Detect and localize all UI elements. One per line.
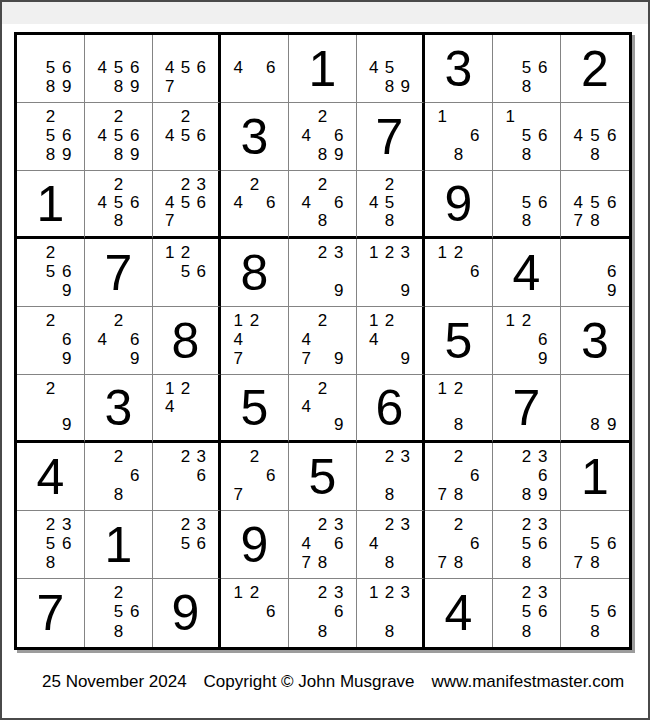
pencil-7: 7 bbox=[570, 553, 587, 572]
cell-r4c8[interactable]: 4 bbox=[493, 239, 561, 307]
pencil-2: 2 bbox=[178, 107, 194, 126]
cell-r2c9[interactable]: 4568 bbox=[561, 103, 629, 171]
pencil-5: 5 bbox=[42, 126, 58, 145]
pencil-8: 8 bbox=[314, 145, 330, 164]
pencil-8: 8 bbox=[450, 485, 466, 504]
pencil-8: 8 bbox=[450, 416, 466, 434]
cell-r9c7[interactable]: 4 bbox=[425, 579, 493, 647]
pencil-marks: 234567 bbox=[153, 171, 218, 236]
cell-r4c1[interactable]: 2569 bbox=[17, 239, 85, 307]
cell-r3c7[interactable]: 9 bbox=[425, 171, 493, 239]
pencil-5: 5 bbox=[382, 193, 398, 211]
cell-r2c1[interactable]: 25689 bbox=[17, 103, 85, 171]
cell-r6c4[interactable]: 5 bbox=[221, 375, 289, 443]
pencil-2: 2 bbox=[110, 583, 126, 602]
pencil-8: 8 bbox=[450, 145, 466, 164]
solved-digit: 5 bbox=[309, 452, 337, 502]
cell-r5c8[interactable]: 1269 bbox=[493, 307, 561, 375]
pencil-2: 2 bbox=[42, 311, 58, 330]
pencil-6: 6 bbox=[193, 193, 209, 211]
pencil-1: 1 bbox=[230, 311, 246, 330]
pencil-marks: 23689 bbox=[493, 443, 560, 510]
website-url: www.manifestmaster.com bbox=[432, 672, 625, 692]
pencil-marks: 45689 bbox=[85, 35, 152, 102]
page: 5689456894567461458935682256892456892456… bbox=[0, 0, 650, 720]
pencil-3: 3 bbox=[397, 243, 413, 262]
pencil-8: 8 bbox=[587, 145, 604, 164]
pencil-5: 5 bbox=[587, 534, 604, 553]
pencil-2: 2 bbox=[382, 311, 398, 330]
pencil-3: 3 bbox=[397, 583, 413, 602]
cell-r5c5[interactable]: 2479 bbox=[289, 307, 357, 375]
pencil-6: 6 bbox=[263, 466, 279, 485]
cell-r4c5[interactable]: 239 bbox=[289, 239, 357, 307]
pencil-5: 5 bbox=[178, 534, 194, 553]
pencil-2: 2 bbox=[518, 311, 534, 330]
pencil-2: 2 bbox=[450, 515, 466, 534]
cell-r7c7[interactable]: 2678 bbox=[425, 443, 493, 511]
cell-r3c9[interactable]: 45678 bbox=[561, 171, 629, 239]
cell-r9c4[interactable]: 126 bbox=[221, 579, 289, 647]
pencil-8: 8 bbox=[587, 622, 604, 641]
cell-r2c6[interactable]: 7 bbox=[357, 103, 425, 171]
pencil-2: 2 bbox=[314, 175, 330, 193]
pencil-6: 6 bbox=[59, 58, 75, 77]
pencil-1: 1 bbox=[366, 243, 382, 262]
pencil-marks: 69 bbox=[561, 239, 629, 306]
pencil-marks: 2678 bbox=[425, 511, 492, 578]
pencil-8: 8 bbox=[314, 212, 330, 230]
pencil-2: 2 bbox=[246, 311, 262, 330]
pencil-5: 5 bbox=[110, 193, 126, 211]
pencil-2: 2 bbox=[450, 447, 466, 466]
pencil-8: 8 bbox=[314, 553, 330, 572]
pencil-5: 5 bbox=[518, 126, 534, 145]
cell-r6c9[interactable]: 89 bbox=[561, 375, 629, 443]
pencil-9: 9 bbox=[397, 349, 413, 368]
pencil-marks: 2458 bbox=[357, 171, 422, 236]
pencil-2: 2 bbox=[110, 175, 126, 193]
pencil-marks: 246 bbox=[221, 171, 288, 236]
cell-r8c2[interactable]: 1 bbox=[85, 511, 153, 579]
cell-r4c4[interactable]: 8 bbox=[221, 239, 289, 307]
pencil-5: 5 bbox=[518, 602, 534, 621]
sudoku-board: 5689456894567461458935682256892456892456… bbox=[14, 32, 632, 650]
cell-r5c1[interactable]: 269 bbox=[17, 307, 85, 375]
pencil-4: 4 bbox=[162, 193, 178, 211]
pencil-5: 5 bbox=[42, 58, 58, 77]
pencil-6: 6 bbox=[263, 58, 279, 77]
pencil-8: 8 bbox=[587, 553, 604, 572]
cell-r2c7[interactable]: 168 bbox=[425, 103, 493, 171]
pencil-marks: 1247 bbox=[221, 307, 288, 374]
pencil-marks: 245689 bbox=[85, 103, 152, 170]
pencil-6: 6 bbox=[535, 534, 551, 553]
pencil-9: 9 bbox=[603, 416, 620, 434]
cell-r9c3[interactable]: 9 bbox=[153, 579, 221, 647]
pencil-1: 1 bbox=[434, 243, 450, 262]
footer: 25 November 2024 Copyright © John Musgra… bbox=[42, 672, 648, 692]
pencil-2: 2 bbox=[314, 107, 330, 126]
cell-r7c6[interactable]: 238 bbox=[357, 443, 425, 511]
pencil-4: 4 bbox=[366, 330, 382, 349]
cell-r6c2[interactable]: 3 bbox=[85, 375, 153, 443]
pencil-9: 9 bbox=[331, 416, 347, 434]
pencil-marks: 168 bbox=[425, 103, 492, 170]
pencil-6: 6 bbox=[467, 466, 483, 485]
pencil-6: 6 bbox=[127, 126, 143, 145]
sudoku-grid: 5689456894567461458935682256892456892456… bbox=[17, 35, 629, 647]
pencil-2: 2 bbox=[178, 175, 194, 193]
pencil-4: 4 bbox=[230, 193, 246, 211]
cell-r9c1[interactable]: 7 bbox=[17, 579, 85, 647]
pencil-marks: 568 bbox=[561, 579, 629, 647]
solved-digit: 8 bbox=[172, 316, 200, 366]
cell-r4c7[interactable]: 126 bbox=[425, 239, 493, 307]
cell-r1c2[interactable]: 45689 bbox=[85, 35, 153, 103]
cell-r4c2[interactable]: 7 bbox=[85, 239, 153, 307]
cell-r4c9[interactable]: 69 bbox=[561, 239, 629, 307]
pencil-6: 6 bbox=[535, 330, 551, 349]
pencil-1: 1 bbox=[162, 379, 178, 397]
pencil-4: 4 bbox=[298, 193, 314, 211]
pencil-8: 8 bbox=[110, 622, 126, 641]
cell-r1c1[interactable]: 5689 bbox=[17, 35, 85, 103]
pencil-3: 3 bbox=[535, 583, 551, 602]
pencil-2: 2 bbox=[450, 243, 466, 262]
pencil-7: 7 bbox=[230, 349, 246, 368]
pencil-4: 4 bbox=[94, 58, 110, 77]
cell-r4c3[interactable]: 1256 bbox=[153, 239, 221, 307]
pencil-4: 4 bbox=[230, 58, 246, 77]
pencil-marks: 268 bbox=[85, 443, 152, 510]
pencil-5: 5 bbox=[110, 58, 126, 77]
cell-r6c8[interactable]: 7 bbox=[493, 375, 561, 443]
pencil-8: 8 bbox=[382, 77, 398, 96]
pencil-6: 6 bbox=[535, 602, 551, 621]
pencil-marks: 29 bbox=[17, 375, 84, 440]
pencil-6: 6 bbox=[193, 58, 209, 77]
cell-r2c8[interactable]: 1568 bbox=[493, 103, 561, 171]
pencil-marks: 2469 bbox=[85, 307, 152, 374]
pencil-marks: 126 bbox=[425, 239, 492, 306]
pencil-8: 8 bbox=[382, 553, 398, 572]
pencil-8: 8 bbox=[518, 212, 534, 230]
pencil-2: 2 bbox=[450, 379, 466, 397]
pencil-4: 4 bbox=[94, 330, 110, 349]
pencil-7: 7 bbox=[162, 77, 178, 96]
cell-r9c2[interactable]: 2568 bbox=[85, 579, 153, 647]
cell-r2c2[interactable]: 245689 bbox=[85, 103, 153, 171]
cell-r7c3[interactable]: 236 bbox=[153, 443, 221, 511]
pencil-9: 9 bbox=[331, 349, 347, 368]
pencil-9: 9 bbox=[397, 281, 413, 300]
pencil-1: 1 bbox=[366, 583, 382, 602]
cell-r3c4[interactable]: 246 bbox=[221, 171, 289, 239]
cell-r8c1[interactable]: 23568 bbox=[17, 511, 85, 579]
cell-r8c8[interactable]: 23568 bbox=[493, 511, 561, 579]
cell-r9c8[interactable]: 23568 bbox=[493, 579, 561, 647]
pencil-marks: 1568 bbox=[493, 103, 560, 170]
cell-r2c4[interactable]: 3 bbox=[221, 103, 289, 171]
cell-r8c5[interactable]: 234678 bbox=[289, 511, 357, 579]
pencil-7: 7 bbox=[298, 349, 314, 368]
pencil-marks: 124 bbox=[153, 375, 218, 440]
pencil-6: 6 bbox=[467, 262, 483, 281]
pencil-marks: 267 bbox=[221, 443, 288, 510]
pencil-7: 7 bbox=[298, 553, 314, 572]
pencil-8: 8 bbox=[518, 77, 534, 96]
pencil-6: 6 bbox=[535, 466, 551, 485]
pencil-6: 6 bbox=[127, 602, 143, 621]
cell-r7c8[interactable]: 23689 bbox=[493, 443, 561, 511]
pencil-9: 9 bbox=[127, 77, 143, 96]
cell-r3c5[interactable]: 2468 bbox=[289, 171, 357, 239]
pencil-5: 5 bbox=[42, 534, 58, 553]
pencil-3: 3 bbox=[331, 515, 347, 534]
cell-r3c2[interactable]: 24568 bbox=[85, 171, 153, 239]
puzzle-date: 25 November 2024 bbox=[42, 672, 187, 692]
pencil-8: 8 bbox=[518, 485, 534, 504]
cell-r1c9[interactable]: 2 bbox=[561, 35, 629, 103]
pencil-5: 5 bbox=[42, 262, 58, 281]
cell-r1c4[interactable]: 46 bbox=[221, 35, 289, 103]
pencil-6: 6 bbox=[331, 534, 347, 553]
pencil-marks: 89 bbox=[561, 375, 629, 440]
solved-digit: 7 bbox=[105, 248, 133, 298]
pencil-marks: 568 bbox=[493, 171, 560, 236]
pencil-2: 2 bbox=[246, 447, 262, 466]
pencil-8: 8 bbox=[382, 485, 398, 504]
solved-digit: 9 bbox=[445, 179, 473, 229]
pencil-2: 2 bbox=[42, 243, 58, 262]
pencil-5: 5 bbox=[587, 602, 604, 621]
solved-digit: 9 bbox=[241, 520, 269, 570]
cell-r2c3[interactable]: 2456 bbox=[153, 103, 221, 171]
pencil-1: 1 bbox=[162, 243, 178, 262]
cell-r6c3[interactable]: 124 bbox=[153, 375, 221, 443]
pencil-3: 3 bbox=[535, 515, 551, 534]
cell-r3c3[interactable]: 234567 bbox=[153, 171, 221, 239]
cell-r5c3[interactable]: 8 bbox=[153, 307, 221, 375]
pencil-6: 6 bbox=[535, 193, 551, 211]
pencil-2: 2 bbox=[42, 107, 58, 126]
pencil-9: 9 bbox=[397, 77, 413, 96]
pencil-8: 8 bbox=[450, 553, 466, 572]
cell-r8c6[interactable]: 2348 bbox=[357, 511, 425, 579]
pencil-2: 2 bbox=[178, 243, 194, 262]
cell-r5c6[interactable]: 1249 bbox=[357, 307, 425, 375]
solved-digit: 1 bbox=[37, 179, 65, 229]
pencil-8: 8 bbox=[587, 416, 604, 434]
cell-r4c6[interactable]: 1239 bbox=[357, 239, 425, 307]
cell-r6c6[interactable]: 6 bbox=[357, 375, 425, 443]
cell-r1c6[interactable]: 4589 bbox=[357, 35, 425, 103]
pencil-6: 6 bbox=[535, 58, 551, 77]
pencil-marks: 249 bbox=[289, 375, 356, 440]
pencil-9: 9 bbox=[59, 349, 75, 368]
cell-r8c4[interactable]: 9 bbox=[221, 511, 289, 579]
pencil-3: 3 bbox=[331, 583, 347, 602]
pencil-9: 9 bbox=[59, 281, 75, 300]
pencil-marks: 1249 bbox=[357, 307, 422, 374]
pencil-marks: 5689 bbox=[17, 35, 84, 102]
pencil-6: 6 bbox=[535, 126, 551, 145]
pencil-2: 2 bbox=[110, 311, 126, 330]
cell-r1c8[interactable]: 568 bbox=[493, 35, 561, 103]
pencil-marks: 239 bbox=[289, 239, 356, 306]
cell-r6c7[interactable]: 128 bbox=[425, 375, 493, 443]
pencil-7: 7 bbox=[230, 485, 246, 504]
pencil-1: 1 bbox=[502, 311, 518, 330]
cell-r8c7[interactable]: 2678 bbox=[425, 511, 493, 579]
pencil-4: 4 bbox=[366, 534, 382, 553]
pencil-marks: 23568 bbox=[17, 511, 84, 578]
cell-r7c4[interactable]: 267 bbox=[221, 443, 289, 511]
pencil-1: 1 bbox=[230, 583, 246, 602]
cell-r7c5[interactable]: 5 bbox=[289, 443, 357, 511]
cell-r3c8[interactable]: 568 bbox=[493, 171, 561, 239]
pencil-2: 2 bbox=[314, 515, 330, 534]
pencil-marks: 126 bbox=[221, 579, 288, 647]
pencil-marks: 2456 bbox=[153, 103, 218, 170]
pencil-6: 6 bbox=[193, 262, 209, 281]
pencil-9: 9 bbox=[127, 145, 143, 164]
pencil-5: 5 bbox=[178, 126, 194, 145]
pencil-8: 8 bbox=[382, 622, 398, 641]
pencil-8: 8 bbox=[110, 485, 126, 504]
pencil-marks: 1256 bbox=[153, 239, 218, 306]
pencil-9: 9 bbox=[535, 485, 551, 504]
solved-digit: 6 bbox=[376, 383, 404, 433]
cell-r8c9[interactable]: 5678 bbox=[561, 511, 629, 579]
solved-digit: 3 bbox=[241, 112, 269, 162]
solved-digit: 3 bbox=[581, 316, 609, 366]
pencil-2: 2 bbox=[110, 107, 126, 126]
pencil-6: 6 bbox=[603, 193, 620, 211]
pencil-marks: 2356 bbox=[153, 511, 218, 578]
pencil-5: 5 bbox=[518, 193, 534, 211]
pencil-6: 6 bbox=[59, 330, 75, 349]
pencil-6: 6 bbox=[467, 126, 483, 145]
cell-r9c9[interactable]: 568 bbox=[561, 579, 629, 647]
pencil-7: 7 bbox=[434, 485, 450, 504]
cell-r9c6[interactable]: 1238 bbox=[357, 579, 425, 647]
pencil-6: 6 bbox=[603, 602, 620, 621]
pencil-2: 2 bbox=[110, 447, 126, 466]
cell-r3c6[interactable]: 2458 bbox=[357, 171, 425, 239]
cell-r6c1[interactable]: 29 bbox=[17, 375, 85, 443]
pencil-2: 2 bbox=[382, 515, 398, 534]
cell-r1c5[interactable]: 1 bbox=[289, 35, 357, 103]
pencil-6: 6 bbox=[467, 534, 483, 553]
pencil-8: 8 bbox=[518, 622, 534, 641]
pencil-6: 6 bbox=[193, 534, 209, 553]
pencil-5: 5 bbox=[178, 193, 194, 211]
cell-r2c5[interactable]: 24689 bbox=[289, 103, 357, 171]
pencil-marks: 2468 bbox=[289, 171, 356, 236]
pencil-2: 2 bbox=[178, 515, 194, 534]
pencil-6: 6 bbox=[59, 126, 75, 145]
cell-r1c3[interactable]: 4567 bbox=[153, 35, 221, 103]
cell-r5c7[interactable]: 5 bbox=[425, 307, 493, 375]
pencil-5: 5 bbox=[382, 58, 398, 77]
pencil-marks: 2569 bbox=[17, 239, 84, 306]
cell-r7c9[interactable]: 1 bbox=[561, 443, 629, 511]
pencil-marks: 2568 bbox=[85, 579, 152, 647]
pencil-marks: 2678 bbox=[425, 443, 492, 510]
pencil-2: 2 bbox=[382, 175, 398, 193]
pencil-5: 5 bbox=[587, 126, 604, 145]
pencil-5: 5 bbox=[178, 58, 194, 77]
cell-r3c1[interactable]: 1 bbox=[17, 171, 85, 239]
solved-digit: 3 bbox=[105, 383, 133, 433]
solved-digit: 1 bbox=[309, 44, 337, 94]
pencil-marks: 4567 bbox=[153, 35, 218, 102]
cell-r6c5[interactable]: 249 bbox=[289, 375, 357, 443]
cell-r5c2[interactable]: 2469 bbox=[85, 307, 153, 375]
pencil-6: 6 bbox=[193, 126, 209, 145]
pencil-7: 7 bbox=[434, 553, 450, 572]
solved-digit: 4 bbox=[37, 452, 65, 502]
pencil-9: 9 bbox=[603, 281, 620, 300]
pencil-marks: 568 bbox=[493, 35, 560, 102]
pencil-6: 6 bbox=[331, 602, 347, 621]
pencil-4: 4 bbox=[94, 193, 110, 211]
pencil-8: 8 bbox=[518, 553, 534, 572]
pencil-2: 2 bbox=[314, 379, 330, 397]
cell-r8c3[interactable]: 2356 bbox=[153, 511, 221, 579]
cell-r7c1[interactable]: 4 bbox=[17, 443, 85, 511]
pencil-4: 4 bbox=[366, 58, 382, 77]
pencil-marks: 238 bbox=[357, 443, 422, 510]
copyright-text: Copyright © John Musgrave bbox=[204, 672, 415, 692]
solved-digit: 4 bbox=[513, 248, 541, 298]
pencil-marks: 45678 bbox=[561, 171, 629, 236]
pencil-6: 6 bbox=[603, 262, 620, 281]
solved-digit: 4 bbox=[445, 588, 473, 638]
pencil-8: 8 bbox=[42, 77, 58, 96]
pencil-6: 6 bbox=[59, 262, 75, 281]
pencil-4: 4 bbox=[162, 126, 178, 145]
cell-r9c5[interactable]: 2368 bbox=[289, 579, 357, 647]
solved-digit: 7 bbox=[513, 383, 541, 433]
cell-r5c4[interactable]: 1247 bbox=[221, 307, 289, 375]
pencil-9: 9 bbox=[331, 281, 347, 300]
pencil-2: 2 bbox=[178, 447, 194, 466]
pencil-8: 8 bbox=[110, 77, 126, 96]
cell-r5c9[interactable]: 3 bbox=[561, 307, 629, 375]
pencil-4: 4 bbox=[298, 126, 314, 145]
pencil-marks: 23568 bbox=[493, 579, 560, 647]
pencil-2: 2 bbox=[382, 447, 398, 466]
pencil-4: 4 bbox=[230, 330, 246, 349]
pencil-4: 4 bbox=[298, 534, 314, 553]
solved-digit: 1 bbox=[105, 520, 133, 570]
solved-digit: 9 bbox=[172, 588, 200, 638]
pencil-3: 3 bbox=[331, 243, 347, 262]
pencil-6: 6 bbox=[127, 330, 143, 349]
cell-r1c7[interactable]: 3 bbox=[425, 35, 493, 103]
pencil-2: 2 bbox=[518, 447, 534, 466]
pencil-4: 4 bbox=[570, 193, 587, 211]
pencil-6: 6 bbox=[193, 466, 209, 485]
cell-r7c2[interactable]: 268 bbox=[85, 443, 153, 511]
solved-digit: 1 bbox=[581, 452, 609, 502]
pencil-2: 2 bbox=[246, 175, 262, 193]
pencil-6: 6 bbox=[603, 534, 620, 553]
pencil-marks: 46 bbox=[221, 35, 288, 102]
